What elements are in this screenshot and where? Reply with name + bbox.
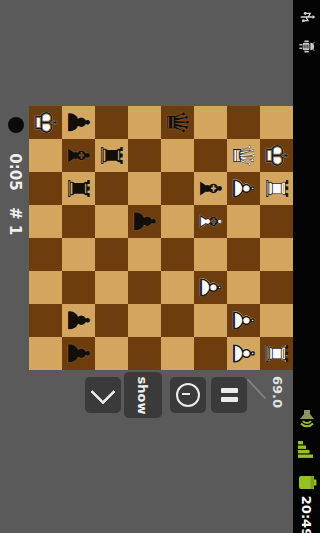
square-c6[interactable] xyxy=(95,172,128,205)
square-f2[interactable] xyxy=(194,304,227,337)
square-b3[interactable] xyxy=(62,271,95,304)
square-h2[interactable] xyxy=(260,304,293,337)
show-button-label: show xyxy=(136,376,151,414)
square-c2[interactable] xyxy=(95,304,128,337)
square-d4[interactable] xyxy=(128,238,161,271)
piece-black-bishop: ♝ xyxy=(194,172,227,205)
piece-black-bishop: ♝ xyxy=(62,139,95,172)
square-b2[interactable]: ♟ xyxy=(62,304,95,337)
piece-black-queen: ♛ xyxy=(161,106,194,139)
square-d3[interactable] xyxy=(128,271,161,304)
square-g8[interactable] xyxy=(227,106,260,139)
piece-black-pawn: ♟ xyxy=(62,106,95,139)
square-g3[interactable] xyxy=(227,271,260,304)
square-b5[interactable] xyxy=(62,205,95,238)
square-f4[interactable] xyxy=(194,238,227,271)
piece-black-pawn: ♟ xyxy=(62,337,95,370)
square-b6[interactable]: ♜ xyxy=(62,172,95,205)
square-a1[interactable] xyxy=(29,337,62,370)
square-h5[interactable] xyxy=(260,205,293,238)
square-e2[interactable] xyxy=(161,304,194,337)
clock: 0:05 xyxy=(6,140,24,204)
piece-black-rook: ♜ xyxy=(62,172,95,205)
square-a6[interactable] xyxy=(29,172,62,205)
android-status-bar: 20:49 xyxy=(293,0,320,533)
square-a8[interactable]: ♚♔ xyxy=(29,106,62,139)
square-a5[interactable] xyxy=(29,205,62,238)
square-e5[interactable] xyxy=(161,205,194,238)
piece-white-rook: ♜♖ xyxy=(260,172,293,205)
square-g4[interactable] xyxy=(227,238,260,271)
square-h4[interactable] xyxy=(260,238,293,271)
show-solution-button[interactable]: show xyxy=(124,372,162,418)
square-d2[interactable] xyxy=(128,304,161,337)
chevron-down-icon xyxy=(90,379,115,404)
square-a4[interactable] xyxy=(29,238,62,271)
piece-black-rook: ♜ xyxy=(95,139,128,172)
piece-white-bishop: ♝♗ xyxy=(194,205,227,238)
square-c3[interactable] xyxy=(95,271,128,304)
square-f5[interactable]: ♝♗ xyxy=(194,205,227,238)
square-c4[interactable] xyxy=(95,238,128,271)
usb-debugging-android-icon xyxy=(293,34,320,58)
piece-white-pawn: ♟♙ xyxy=(194,271,227,304)
square-a2[interactable] xyxy=(29,304,62,337)
piece-black-pawn: ♟ xyxy=(62,304,95,337)
app-screen: 0:05 # 1 ♚♔♟♛♝♜♛♕♚♔♜♝♟♙♜♖♟♝♗♟♙♟♟♙♟♟♙♜♖ s… xyxy=(0,0,320,533)
square-d6[interactable] xyxy=(128,172,161,205)
piece-white-pawn: ♟♙ xyxy=(227,337,260,370)
square-d8[interactable] xyxy=(128,106,161,139)
square-f1[interactable] xyxy=(194,337,227,370)
square-d1[interactable] xyxy=(128,337,161,370)
collapse-button[interactable] xyxy=(85,377,121,413)
piece-white-pawn: ♟♙ xyxy=(227,304,260,337)
eval-value: 69.0 xyxy=(269,373,285,411)
usb-icon xyxy=(293,6,320,28)
square-f6[interactable]: ♝ xyxy=(194,172,227,205)
square-c1[interactable] xyxy=(95,337,128,370)
square-h6[interactable]: ♜♖ xyxy=(260,172,293,205)
battery-icon xyxy=(293,468,320,498)
piece-black-pawn: ♟ xyxy=(128,205,161,238)
piece-black-king: ♚♔ xyxy=(29,106,62,139)
minus-button[interactable] xyxy=(170,377,206,413)
piece-white-rook: ♜♖ xyxy=(260,337,293,370)
square-g1[interactable]: ♟♙ xyxy=(227,337,260,370)
square-b8[interactable]: ♟ xyxy=(62,106,95,139)
square-d7[interactable] xyxy=(128,139,161,172)
turn-indicator-dot xyxy=(8,117,24,133)
square-g5[interactable] xyxy=(227,205,260,238)
piece-white-pawn: ♟♙ xyxy=(227,172,260,205)
square-c5[interactable] xyxy=(95,205,128,238)
clock-hand-icon xyxy=(247,378,267,399)
square-b4[interactable] xyxy=(62,238,95,271)
square-e4[interactable] xyxy=(161,238,194,271)
square-g6[interactable]: ♟♙ xyxy=(227,172,260,205)
square-g2[interactable]: ♟♙ xyxy=(227,304,260,337)
square-e1[interactable] xyxy=(161,337,194,370)
square-h7[interactable]: ♚♔ xyxy=(260,139,293,172)
square-g7[interactable]: ♛♕ xyxy=(227,139,260,172)
square-f7[interactable] xyxy=(194,139,227,172)
pause-bars-icon xyxy=(221,388,238,402)
square-c8[interactable] xyxy=(95,106,128,139)
chess-board: ♚♔♟♛♝♜♛♕♚♔♜♝♟♙♜♖♟♝♗♟♙♟♟♙♟♟♙♜♖ xyxy=(29,106,293,370)
pause-button[interactable] xyxy=(211,377,247,413)
square-h3[interactable] xyxy=(260,271,293,304)
square-b7[interactable]: ♝ xyxy=(62,139,95,172)
volume-icon xyxy=(293,403,320,431)
square-c7[interactable]: ♜ xyxy=(95,139,128,172)
square-a3[interactable] xyxy=(29,271,62,304)
puzzle-number-label: # 1 xyxy=(6,203,24,239)
square-b1[interactable]: ♟ xyxy=(62,337,95,370)
square-f3[interactable]: ♟♙ xyxy=(194,271,227,304)
circle-minus-icon xyxy=(176,383,200,407)
square-h1[interactable]: ♜♖ xyxy=(260,337,293,370)
square-e3[interactable] xyxy=(161,271,194,304)
piece-white-queen: ♛♕ xyxy=(227,139,260,172)
square-e6[interactable] xyxy=(161,172,194,205)
signal-strength-icon xyxy=(293,434,320,464)
square-e7[interactable] xyxy=(161,139,194,172)
status-bar-clock: 20:49 xyxy=(293,498,320,533)
square-f8[interactable] xyxy=(194,106,227,139)
square-d5[interactable]: ♟ xyxy=(128,205,161,238)
square-a7[interactable] xyxy=(29,139,62,172)
square-h8[interactable] xyxy=(260,106,293,139)
square-e8[interactable]: ♛ xyxy=(161,106,194,139)
piece-white-king: ♚♔ xyxy=(260,139,293,172)
